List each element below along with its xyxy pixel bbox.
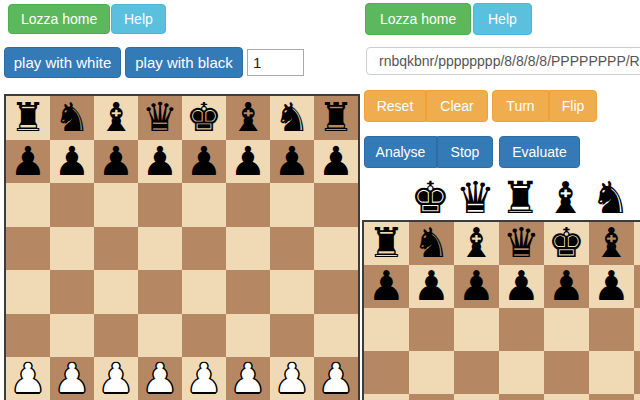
board-square[interactable]: [138, 183, 182, 227]
board-square[interactable]: [270, 227, 314, 271]
board-square[interactable]: ♚: [182, 96, 226, 140]
board-square[interactable]: [50, 227, 94, 271]
stop-button[interactable]: Stop: [437, 136, 493, 168]
board-square[interactable]: [409, 308, 454, 351]
board-square[interactable]: ♟: [138, 357, 182, 400]
black-pawn: ♟: [368, 265, 405, 308]
palette-black-king[interactable]: ♚: [408, 176, 453, 220]
board-square[interactable]: ♝: [94, 96, 138, 140]
palette-black-bishop[interactable]: ♝: [543, 176, 588, 220]
board-square[interactable]: ♟: [589, 265, 634, 308]
board-square[interactable]: [6, 227, 50, 271]
board-square[interactable]: [94, 270, 138, 314]
black-pawn: ♟: [413, 265, 450, 308]
board-square[interactable]: [589, 394, 634, 400]
board-square[interactable]: ♝: [226, 96, 270, 140]
board-square[interactable]: ♞: [634, 222, 640, 265]
board-square[interactable]: [364, 394, 409, 400]
lozza-home-button-right[interactable]: Lozza home: [365, 3, 471, 35]
flip-button[interactable]: Flip: [549, 90, 597, 122]
black-pawn: ♟: [186, 140, 222, 184]
board-square[interactable]: [364, 351, 409, 394]
board-square[interactable]: [6, 183, 50, 227]
help-button-left[interactable]: Help: [111, 4, 166, 34]
board-square[interactable]: [6, 270, 50, 314]
board-square[interactable]: ♟: [94, 357, 138, 400]
black-pawn: ♟: [10, 140, 46, 184]
board-square[interactable]: ♟: [226, 140, 270, 184]
board-square[interactable]: ♝: [454, 222, 499, 265]
board-square[interactable]: [544, 351, 589, 394]
board-square[interactable]: ♚: [544, 222, 589, 265]
black-knight: ♞: [54, 96, 90, 140]
palette-black-rook[interactable]: ♜: [498, 176, 543, 220]
board-square[interactable]: [499, 351, 544, 394]
black-pawn: ♟: [503, 265, 540, 308]
board-square[interactable]: [226, 227, 270, 271]
white-pawn: ♟: [54, 357, 90, 400]
board-square[interactable]: [454, 394, 499, 400]
board-square[interactable]: ♟: [314, 357, 358, 400]
setup-board: ♜♞♝♛♚♝♞♜♟♟♟♟♟♟♟♟♟♟♟♟♟♟♟♟♜♞♝♛♚♝♞♜: [362, 220, 640, 400]
board-square[interactable]: [94, 227, 138, 271]
white-pawn: ♟: [318, 357, 354, 400]
lozza-home-button-left[interactable]: Lozza home: [8, 4, 110, 34]
black-bishop: ♝: [593, 222, 630, 265]
board-square[interactable]: ♟: [544, 265, 589, 308]
board-square[interactable]: ♟: [409, 265, 454, 308]
board-square[interactable]: ♟: [270, 140, 314, 184]
lozza-app: Lozza home Help play with white play wit…: [0, 0, 640, 400]
move-time-input[interactable]: [247, 49, 304, 76]
black-bishop: ♝: [230, 96, 266, 140]
board-square[interactable]: ♟: [364, 265, 409, 308]
black-pawn: ♟: [318, 140, 354, 184]
black-queen: ♛: [142, 96, 178, 140]
board-square[interactable]: ♟: [6, 357, 50, 400]
board-square[interactable]: [50, 314, 94, 358]
analyse-button[interactable]: Analyse: [364, 136, 437, 168]
board-square[interactable]: ♟: [182, 357, 226, 400]
palette-black-queen[interactable]: ♛: [453, 176, 498, 220]
play-board: ♜♞♝♛♚♝♞♜♟♟♟♟♟♟♟♟♟♟♟♟♟♟♟♟♜♞♝♛♚♝♞♜: [4, 94, 360, 400]
board-square[interactable]: [364, 308, 409, 351]
black-pawn: ♟: [142, 140, 178, 184]
board-square[interactable]: ♞: [409, 222, 454, 265]
board-square[interactable]: [270, 270, 314, 314]
board-square[interactable]: [138, 314, 182, 358]
board-square[interactable]: ♜: [6, 96, 50, 140]
board-square[interactable]: ♟: [270, 357, 314, 400]
board-square[interactable]: [454, 308, 499, 351]
analyse-stop-group: Analyse Stop: [364, 136, 493, 168]
board-square[interactable]: ♟: [499, 265, 544, 308]
board-square[interactable]: [94, 183, 138, 227]
board-square[interactable]: [454, 351, 499, 394]
board-square[interactable]: [50, 270, 94, 314]
board-square[interactable]: ♞: [270, 96, 314, 140]
board-square[interactable]: [182, 227, 226, 271]
board-square[interactable]: [6, 314, 50, 358]
board-square[interactable]: [182, 183, 226, 227]
board-square[interactable]: [138, 270, 182, 314]
black-bishop: ♝: [458, 222, 495, 265]
turn-button[interactable]: Turn: [492, 90, 549, 122]
board-square[interactable]: [589, 308, 634, 351]
white-pawn: ♟: [98, 357, 134, 400]
piece-palette: ♚♛♜♝♞♟: [408, 176, 640, 220]
board-square[interactable]: [634, 394, 640, 400]
evaluate-button[interactable]: Evaluate: [499, 136, 580, 168]
board-square[interactable]: ♟: [138, 140, 182, 184]
black-queen: ♛: [503, 222, 540, 265]
board-square[interactable]: [499, 394, 544, 400]
reset-button[interactable]: Reset: [364, 90, 426, 122]
play-with-white-button[interactable]: play with white: [4, 47, 121, 78]
black-knight: ♞: [274, 96, 310, 140]
black-pawn: ♟: [274, 140, 310, 184]
white-pawn: ♟: [186, 357, 222, 400]
board-square[interactable]: [226, 270, 270, 314]
board-square[interactable]: ♜: [364, 222, 409, 265]
board-square[interactable]: [544, 394, 589, 400]
black-king: ♚: [186, 96, 222, 140]
black-bishop: ♝: [98, 96, 134, 140]
black-rook: ♜: [368, 222, 405, 265]
board-square[interactable]: [182, 314, 226, 358]
black-pawn: ♟: [458, 265, 495, 308]
board-square[interactable]: ♟: [50, 140, 94, 184]
reset-clear-group: Reset Clear: [364, 90, 488, 122]
board-square[interactable]: [499, 308, 544, 351]
white-pawn: ♟: [230, 357, 266, 400]
board-square[interactable]: [589, 351, 634, 394]
board-square[interactable]: [409, 394, 454, 400]
board-square[interactable]: ♟: [94, 140, 138, 184]
board-square[interactable]: ♟: [314, 140, 358, 184]
board-square[interactable]: ♟: [454, 265, 499, 308]
board-square[interactable]: [409, 351, 454, 394]
board-square[interactable]: [226, 314, 270, 358]
play-with-black-button[interactable]: play with black: [125, 47, 243, 78]
board-square[interactable]: ♛: [499, 222, 544, 265]
black-pawn: ♟: [548, 265, 585, 308]
white-pawn: ♟: [274, 357, 310, 400]
board-square[interactable]: [226, 183, 270, 227]
board-square[interactable]: ♜: [314, 96, 358, 140]
black-pawn: ♟: [230, 140, 266, 184]
white-pawn: ♟: [10, 357, 46, 400]
board-square[interactable]: [544, 308, 589, 351]
black-rook: ♜: [318, 96, 354, 140]
board-square[interactable]: [314, 270, 358, 314]
black-rook: ♜: [10, 96, 46, 140]
board-square[interactable]: [314, 227, 358, 271]
board-square[interactable]: ♝: [589, 222, 634, 265]
turn-flip-group: Turn Flip: [492, 90, 597, 122]
black-king: ♚: [548, 222, 585, 265]
help-button-right[interactable]: Help: [473, 3, 532, 35]
board-square[interactable]: [94, 314, 138, 358]
board-square[interactable]: ♟: [6, 140, 50, 184]
board-square[interactable]: [50, 183, 94, 227]
board-square[interactable]: [634, 351, 640, 394]
board-square[interactable]: ♟: [182, 140, 226, 184]
white-pawn: ♟: [142, 357, 178, 400]
black-pawn: ♟: [98, 140, 134, 184]
black-pawn: ♟: [54, 140, 90, 184]
fen-input[interactable]: [366, 47, 640, 75]
palette-black-pawn[interactable]: ♟: [633, 176, 640, 220]
palette-black-knight[interactable]: ♞: [588, 176, 633, 220]
board-square[interactable]: [634, 308, 640, 351]
board-square[interactable]: ♟: [226, 357, 270, 400]
black-pawn: ♟: [593, 265, 630, 308]
board-square[interactable]: [138, 227, 182, 271]
board-square[interactable]: [182, 270, 226, 314]
board-square[interactable]: [314, 314, 358, 358]
board-square[interactable]: [270, 183, 314, 227]
board-square[interactable]: ♟: [50, 357, 94, 400]
board-square[interactable]: ♟: [634, 265, 640, 308]
board-square[interactable]: [270, 314, 314, 358]
board-square[interactable]: ♞: [50, 96, 94, 140]
board-square[interactable]: ♛: [138, 96, 182, 140]
board-square[interactable]: [314, 183, 358, 227]
clear-button[interactable]: Clear: [426, 90, 488, 122]
black-knight: ♞: [413, 222, 450, 265]
